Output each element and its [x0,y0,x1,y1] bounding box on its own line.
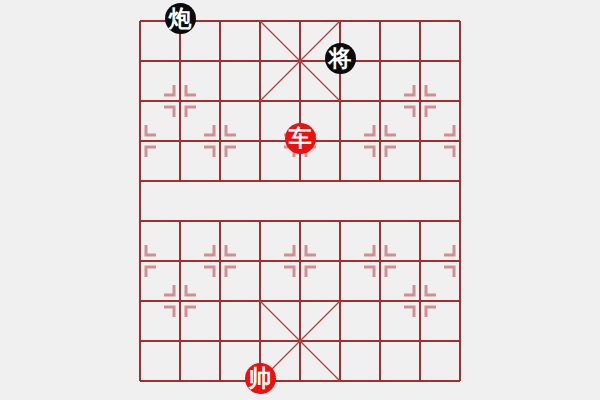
piece-black-cannon[interactable]: 炮 [165,3,196,34]
piece-red-chariot[interactable]: 车 [285,123,316,154]
piece-red-general[interactable]: 帅 [245,363,276,394]
piece-black-general[interactable]: 将 [325,43,356,74]
xiangqi-diagram: 炮将车帅 [0,0,600,400]
piece-grid: 炮将车帅 [120,1,480,400]
